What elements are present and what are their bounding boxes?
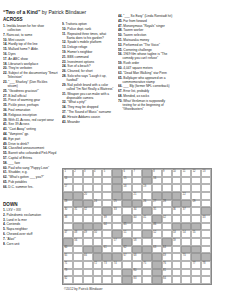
shaded-cell bbox=[112, 192, 122, 200]
cell-number: 24 bbox=[94, 200, 97, 203]
white-cell bbox=[201, 200, 211, 208]
white-cell bbox=[122, 261, 132, 269]
shaded-cell bbox=[73, 223, 83, 231]
white-cell: 7 bbox=[132, 169, 142, 177]
white-cell bbox=[132, 261, 142, 269]
white-cell bbox=[162, 184, 172, 192]
clue: 45. Far from forward bbox=[118, 19, 175, 23]
white-cell: 77 bbox=[191, 261, 201, 269]
shaded-cell bbox=[152, 269, 162, 277]
cell-number: 14 bbox=[64, 177, 67, 180]
white-cell: 63 bbox=[152, 246, 162, 254]
cell-number: 3 bbox=[84, 170, 85, 173]
copyright-notice: ©2012 by Patrick Blindauer bbox=[64, 287, 103, 291]
white-cell bbox=[191, 207, 201, 215]
white-cell bbox=[132, 223, 142, 231]
white-cell bbox=[83, 269, 93, 277]
clue: 18. Librarian's workplace bbox=[3, 62, 58, 66]
puzzle-title-line: “Two of a Kind” by Patrick Blindauer bbox=[3, 9, 86, 15]
clue: 47. Mononymous “Royals” singer bbox=[118, 24, 175, 28]
cell-number: 49 bbox=[84, 231, 87, 234]
shaded-cell bbox=[93, 246, 103, 254]
clue: 36. Foul emanation bbox=[3, 108, 58, 112]
white-cell bbox=[191, 177, 201, 185]
white-cell bbox=[181, 177, 191, 185]
shaded-cell bbox=[102, 253, 112, 261]
cell-number: 21 bbox=[133, 193, 136, 196]
white-cell bbox=[102, 276, 112, 284]
white-cell: 26 bbox=[142, 200, 152, 208]
white-cell: 40 bbox=[132, 215, 142, 223]
clue: 8. Corn unit bbox=[3, 242, 58, 246]
white-cell bbox=[132, 177, 142, 185]
cell-number: 46 bbox=[153, 223, 156, 226]
cell-number: 83 bbox=[133, 277, 136, 280]
clue: 51. Matsuzaka money bbox=[118, 38, 175, 42]
cell-number: 68 bbox=[133, 254, 136, 257]
shaded-cell bbox=[63, 238, 73, 246]
puzzle-byline: by Patrick Blindauer bbox=[40, 9, 86, 15]
cell-number: 54 bbox=[183, 231, 186, 234]
shaded-cell bbox=[112, 230, 122, 238]
white-cell: 38 bbox=[63, 215, 73, 223]
white-cell: 36 bbox=[172, 207, 182, 215]
white-cell: 30 bbox=[63, 207, 73, 215]
white-cell: 64 bbox=[162, 246, 172, 254]
shaded-cell bbox=[162, 192, 172, 200]
white-cell bbox=[162, 230, 172, 238]
clue: 67. Error list, probably bbox=[118, 89, 175, 93]
clue: 27. B-ball official bbox=[3, 94, 58, 98]
clue: 35. Pickle piece, perhaps bbox=[3, 103, 58, 107]
white-cell: 60 bbox=[63, 246, 73, 254]
cell-number: 61 bbox=[104, 246, 107, 249]
white-cell bbox=[83, 184, 93, 192]
white-cell bbox=[172, 184, 182, 192]
clue: 39. With 41-Across, red carpet wear bbox=[3, 118, 58, 122]
shaded-cell bbox=[152, 215, 162, 223]
shaded-cell bbox=[172, 192, 182, 200]
white-cell bbox=[122, 207, 132, 215]
clue: 55. Barrett who cofounded Pink Floyd bbox=[3, 151, 58, 155]
clue: 24. Sun of a beach? bbox=[62, 64, 114, 68]
cell-number: 75 bbox=[143, 262, 146, 265]
white-cell: 48 bbox=[73, 230, 83, 238]
cell-number: 72 bbox=[94, 262, 97, 265]
white-cell bbox=[162, 177, 172, 185]
clue: 56. 1969 film whose tagline is “The come… bbox=[118, 52, 175, 60]
white-cell bbox=[132, 184, 142, 192]
white-cell bbox=[63, 223, 73, 231]
white-cell: 16 bbox=[152, 177, 162, 185]
cell-number: 16 bbox=[153, 177, 156, 180]
white-cell bbox=[102, 269, 112, 277]
cell-number: 19 bbox=[143, 185, 146, 188]
white-cell: 70 bbox=[181, 253, 191, 261]
clue: 59. Rush order bbox=[118, 61, 175, 65]
clue: 46. Eye part bbox=[3, 137, 58, 141]
shaded-cell bbox=[73, 200, 83, 208]
white-cell: 80 bbox=[132, 269, 142, 277]
cell-number: 66 bbox=[84, 254, 87, 257]
white-cell bbox=[172, 253, 182, 261]
white-cell: 41 bbox=[142, 215, 152, 223]
shaded-cell bbox=[191, 253, 201, 261]
clue: 50. Tavern selection bbox=[118, 33, 175, 37]
clue: 28. Solo who says “Laugh it up, fuzzball… bbox=[62, 74, 114, 82]
white-cell bbox=[201, 238, 211, 246]
cell-number: 7 bbox=[133, 170, 134, 173]
clue: 55. Cornering challenge bbox=[118, 48, 175, 52]
white-cell bbox=[201, 269, 211, 277]
clue: 41. See 39-Across bbox=[3, 122, 58, 126]
white-cell bbox=[93, 238, 103, 246]
clue: 4. Contends bbox=[3, 222, 58, 226]
white-cell: 49 bbox=[83, 230, 93, 238]
cell-number: 80 bbox=[133, 269, 136, 272]
shaded-cell bbox=[181, 246, 191, 254]
white-cell bbox=[73, 215, 83, 223]
white-cell: 53 bbox=[172, 230, 182, 238]
white-cell: 54 bbox=[181, 230, 191, 238]
white-cell bbox=[172, 269, 182, 277]
white-cell bbox=[73, 261, 83, 269]
shaded-cell bbox=[181, 200, 191, 208]
cell-number: 62 bbox=[124, 246, 127, 249]
white-cell bbox=[93, 207, 103, 215]
clue: 60. 4,047 square meters bbox=[118, 66, 175, 70]
white-cell: 57 bbox=[112, 238, 122, 246]
cell-number: 29 bbox=[193, 200, 196, 203]
cell-number: 53 bbox=[173, 231, 176, 234]
white-cell bbox=[142, 276, 152, 284]
clue: 65. Pub potables bbox=[3, 180, 58, 184]
white-cell bbox=[142, 238, 152, 246]
white-cell: 76 bbox=[162, 261, 172, 269]
shaded-cell bbox=[132, 200, 142, 208]
cell-number: 74 bbox=[114, 262, 117, 265]
cell-number: 2 bbox=[74, 170, 75, 173]
cell-number: 73 bbox=[104, 262, 107, 265]
clue: 23. Investment options bbox=[62, 60, 114, 64]
white-cell bbox=[201, 276, 211, 284]
clue: 53. Performed on “The Voice” bbox=[118, 43, 175, 47]
white-cell bbox=[73, 246, 83, 254]
shaded-cell bbox=[162, 238, 172, 246]
cell-number: 32 bbox=[84, 208, 87, 211]
white-cell: 72 bbox=[93, 261, 103, 269]
cell-number: 34 bbox=[133, 208, 136, 211]
white-cell: 55 bbox=[191, 230, 201, 238]
white-cell bbox=[93, 269, 103, 277]
clue: 11. Repeated three times, what Santa doe… bbox=[62, 32, 114, 40]
white-cell bbox=[172, 246, 182, 254]
white-cell: 19 bbox=[142, 184, 152, 192]
white-cell bbox=[112, 215, 122, 223]
clue: 17. An ABC show bbox=[3, 57, 58, 61]
white-cell bbox=[93, 177, 103, 185]
white-cell bbox=[83, 238, 93, 246]
clue: 40. Hirsute Addams cousin bbox=[62, 115, 114, 119]
cell-number: 17 bbox=[64, 185, 67, 188]
clue: 54. Classified announcement bbox=[3, 146, 58, 150]
shaded-cell bbox=[102, 207, 112, 215]
clue: 3. Land in la mer bbox=[3, 218, 58, 222]
clue: 10. Police dept. rank bbox=[62, 27, 114, 31]
cell-number: 6 bbox=[124, 170, 125, 173]
clue: 7. “Alas!” bbox=[3, 237, 58, 241]
cell-number: 23 bbox=[64, 200, 67, 203]
shaded-cell bbox=[152, 192, 162, 200]
white-cell bbox=[112, 246, 122, 254]
cell-number: 43 bbox=[203, 216, 206, 219]
clue: 1. Imelda known for her shoe collection bbox=[3, 24, 58, 32]
cell-number: 71 bbox=[64, 262, 67, 265]
white-cell: 34 bbox=[132, 207, 142, 215]
clue: 15. Mallard home?: Abbr. bbox=[3, 47, 58, 51]
white-cell: 74 bbox=[112, 261, 122, 269]
clue: 13. Deluge refuge bbox=[62, 45, 114, 49]
clue: 66. ___ Bly (former NFL cornerback) bbox=[118, 84, 175, 88]
cell-number: 56 bbox=[74, 239, 77, 242]
white-cell bbox=[181, 269, 191, 277]
white-cell bbox=[142, 192, 152, 200]
shaded-cell bbox=[122, 192, 132, 200]
white-cell: 25 bbox=[112, 200, 122, 208]
cell-number: 13 bbox=[203, 170, 206, 173]
white-cell: 46 bbox=[152, 223, 162, 231]
white-cell: 59 bbox=[172, 238, 182, 246]
white-cell: 32 bbox=[83, 207, 93, 215]
clue: 22. Subject of the documentary “Smart Te… bbox=[3, 71, 58, 79]
cell-number: 55 bbox=[193, 231, 196, 234]
shaded-cell bbox=[83, 200, 93, 208]
shaded-cell bbox=[112, 169, 122, 177]
down-header: DOWN bbox=[3, 202, 18, 207]
cell-number: 42 bbox=[163, 216, 166, 219]
cell-number: 65 bbox=[64, 254, 67, 257]
cell-number: 82 bbox=[64, 277, 67, 280]
clue: 63. “Dead Man Walking” star Penn bbox=[118, 71, 175, 75]
shaded-cell bbox=[142, 207, 152, 215]
clue: 26. Cleaned, for short bbox=[62, 69, 114, 73]
cell-number: 76 bbox=[163, 262, 166, 265]
shaded-cell bbox=[172, 200, 182, 208]
shaded-cell bbox=[152, 253, 162, 261]
cell-number: 5 bbox=[104, 170, 105, 173]
white-cell bbox=[142, 223, 152, 231]
shaded-cell bbox=[122, 269, 132, 277]
clue: 37. “The Sound of Music” surname bbox=[62, 110, 114, 114]
clue: 29. Nail polish brand with a color calle… bbox=[62, 83, 114, 91]
shaded-cell bbox=[142, 230, 152, 238]
shaded-cell bbox=[83, 246, 93, 254]
white-cell bbox=[162, 207, 172, 215]
white-cell bbox=[191, 269, 201, 277]
shaded-cell bbox=[191, 246, 201, 254]
shaded-cell bbox=[93, 223, 103, 231]
clue: 61. Shudder, e.g. bbox=[3, 170, 58, 174]
white-cell bbox=[83, 177, 93, 185]
cell-number: 57 bbox=[114, 239, 117, 242]
cell-number: 50 bbox=[94, 231, 97, 234]
clue: 48. Tavern worker bbox=[118, 28, 175, 32]
cell-number: 26 bbox=[143, 200, 146, 203]
white-cell: 10 bbox=[172, 169, 182, 177]
clue: 32. “What a pity!” bbox=[62, 100, 114, 104]
cell-number: 39 bbox=[104, 216, 107, 219]
white-cell bbox=[191, 276, 201, 284]
cell-number: 58 bbox=[133, 239, 136, 242]
white-cell bbox=[73, 177, 83, 185]
shaded-cell bbox=[112, 184, 122, 192]
white-cell bbox=[191, 184, 201, 192]
white-cell bbox=[201, 230, 211, 238]
cell-number: 47 bbox=[64, 231, 67, 234]
clue: 1. LXV ÷ XIII bbox=[3, 208, 58, 212]
clue: 31. Piece of warming gear bbox=[3, 98, 58, 102]
clue: 9. Trattoria option bbox=[62, 22, 114, 26]
white-cell bbox=[73, 184, 83, 192]
white-cell bbox=[201, 223, 211, 231]
clue: 66. D.C. summer hrs. bbox=[3, 185, 58, 189]
shaded-cell bbox=[132, 246, 142, 254]
white-cell bbox=[93, 192, 103, 200]
white-cell bbox=[191, 238, 201, 246]
white-cell: 1 bbox=[63, 169, 73, 177]
white-cell: 45 bbox=[122, 223, 132, 231]
cell-number: 33 bbox=[114, 208, 117, 211]
shaded-cell bbox=[142, 177, 152, 185]
clue: 19. Homer's neighbor bbox=[62, 50, 114, 54]
shaded-cell bbox=[201, 253, 211, 261]
shaded-cell bbox=[152, 276, 162, 284]
cell-number: 38 bbox=[64, 216, 67, 219]
white-cell bbox=[152, 184, 162, 192]
white-cell: 67 bbox=[122, 253, 132, 261]
cell-number: 31 bbox=[74, 208, 77, 211]
cell-number: 9 bbox=[163, 170, 164, 173]
white-cell: 66 bbox=[83, 253, 93, 261]
clue: 10. Mint cousin bbox=[3, 38, 58, 42]
clue: 14. Hardly top of the line bbox=[3, 42, 58, 46]
cell-number: 67 bbox=[124, 254, 127, 257]
white-cell: 21 bbox=[132, 192, 142, 200]
white-cell: 3 bbox=[83, 169, 93, 177]
white-cell: 65 bbox=[63, 253, 73, 261]
clue: 57. Capital of Eritrea bbox=[3, 156, 58, 160]
white-cell bbox=[132, 230, 142, 238]
cell-number: 4 bbox=[94, 170, 95, 173]
white-cell bbox=[181, 276, 191, 284]
shaded-cell bbox=[142, 246, 152, 254]
cell-number: 78 bbox=[203, 262, 206, 265]
white-cell bbox=[201, 246, 211, 254]
clue: 49. Drive to drink? bbox=[3, 142, 58, 146]
shaded-cell bbox=[112, 253, 122, 261]
cell-number: 25 bbox=[114, 200, 117, 203]
white-cell: 56 bbox=[73, 238, 83, 246]
cell-number: 48 bbox=[74, 231, 77, 234]
clue: 38. Religious inscription bbox=[3, 113, 58, 117]
clue: 44. “Vampires” gp. bbox=[3, 132, 58, 136]
clue: 6. Chewed-over stuff bbox=[3, 232, 58, 236]
white-cell bbox=[181, 184, 191, 192]
white-cell: 28 bbox=[162, 200, 172, 208]
clue: 7. Raincoat, to some bbox=[3, 33, 58, 37]
clue: 43. Meander bbox=[62, 120, 114, 124]
white-cell: 69 bbox=[162, 253, 172, 261]
white-cell: 44 bbox=[102, 223, 112, 231]
shaded-cell bbox=[191, 223, 201, 231]
shaded-cell bbox=[83, 223, 93, 231]
cell-number: 11 bbox=[183, 170, 186, 173]
white-cell: 75 bbox=[142, 261, 152, 269]
cell-number: 45 bbox=[124, 223, 127, 226]
clue: 68. Mended, as socks bbox=[118, 94, 175, 98]
white-cell: 83 bbox=[132, 276, 142, 284]
shaded-cell bbox=[142, 253, 152, 261]
white-cell bbox=[181, 261, 191, 269]
clue: 43. “Cast Away” setting bbox=[3, 127, 58, 131]
white-cell: 4 bbox=[93, 169, 103, 177]
cell-number: 18 bbox=[124, 185, 127, 188]
white-cell: 47 bbox=[63, 230, 73, 238]
white-cell: 2 bbox=[73, 169, 83, 177]
white-cell bbox=[201, 177, 211, 185]
white-cell: 43 bbox=[201, 215, 211, 223]
clue: 5. Napa neighbor bbox=[3, 227, 58, 231]
white-cell bbox=[181, 238, 191, 246]
crossword-grid: 1234567891011121314151617181920212223242… bbox=[62, 168, 212, 285]
across-clue-list: 1. Imelda known for her shoe collection7… bbox=[3, 24, 58, 198]
cell-number: 41 bbox=[143, 216, 146, 219]
white-cell: 8 bbox=[152, 169, 162, 177]
cell-number: 59 bbox=[173, 239, 176, 242]
clue: 25. “Goodness gracious!” bbox=[3, 89, 58, 93]
cell-number: 20 bbox=[84, 193, 87, 196]
white-cell bbox=[102, 184, 112, 192]
white-cell: 22 bbox=[181, 192, 191, 200]
white-cell bbox=[102, 192, 112, 200]
white-cell: 79 bbox=[63, 269, 73, 277]
cell-number: 63 bbox=[153, 246, 156, 249]
white-cell: 73 bbox=[102, 261, 112, 269]
shaded-cell bbox=[122, 215, 132, 223]
white-cell: 29 bbox=[191, 200, 201, 208]
across-header: ACROSS bbox=[3, 17, 23, 22]
white-cell: 37 bbox=[181, 207, 191, 215]
cell-number: 64 bbox=[163, 246, 166, 249]
white-cell bbox=[73, 276, 83, 284]
white-cell bbox=[172, 215, 182, 223]
white-cell bbox=[93, 276, 103, 284]
cell-number: 10 bbox=[173, 170, 176, 173]
shaded-cell bbox=[63, 192, 73, 200]
down-clue-list-part2: 9. Trattoria option10. Police dept. rank… bbox=[62, 22, 114, 167]
white-cell bbox=[201, 184, 211, 192]
shaded-cell bbox=[181, 223, 191, 231]
white-cell: 61 bbox=[102, 246, 112, 254]
cell-number: 37 bbox=[183, 208, 186, 211]
white-cell bbox=[172, 261, 182, 269]
cell-number: 35 bbox=[153, 208, 156, 211]
cell-number: 30 bbox=[64, 208, 67, 211]
white-cell: 5 bbox=[102, 169, 112, 177]
white-cell: 24 bbox=[93, 200, 103, 208]
cell-number: 36 bbox=[173, 208, 176, 211]
white-cell bbox=[172, 276, 182, 284]
